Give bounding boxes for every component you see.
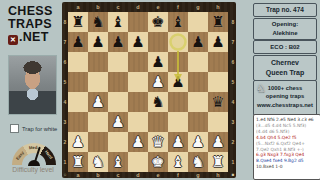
trap-name-line1: Chernev <box>254 58 316 68</box>
square-b6 <box>88 52 108 72</box>
square-b8: ♞ <box>88 12 108 32</box>
white-pawn-e5: ♟ <box>148 72 168 92</box>
square-h7: ♟ <box>208 32 228 52</box>
black-pawn-h7: ♟ <box>208 32 228 52</box>
white-pawn-d2: ♟ <box>128 132 148 152</box>
difficulty-caption: Difficulty level <box>4 166 62 173</box>
opening-box: Opening: Alekhine <box>253 18 317 40</box>
file-label-e: e <box>148 2 168 12</box>
square-e3 <box>148 112 168 132</box>
square-g5 <box>188 72 208 92</box>
square-e8: ♚ <box>148 12 168 32</box>
square-c3: ♟ <box>108 112 128 132</box>
promo-box: ♘ 1000+ chess opening traps www.chesstra… <box>253 80 317 116</box>
square-f6 <box>168 52 188 72</box>
promo-url: www.chesstraps.net <box>254 101 316 109</box>
trap-name-line2: Queen Trap <box>254 68 316 78</box>
rank-label-3: 3 <box>230 112 236 132</box>
moves-notation-panel: 1.e4 Nf6 2.e5 Ne4 3.c3 e6(3...d5 4.d4 Nc… <box>253 114 320 180</box>
knight-icon: ♘ <box>256 85 266 93</box>
black-pawn-d7: ♟ <box>128 32 148 52</box>
square-b7: ♟ <box>88 32 108 52</box>
trap-for-white-row: Trap for white <box>10 124 57 133</box>
square-f2: ♟ <box>168 132 188 152</box>
eco-box: ECO : B02 <box>253 40 317 54</box>
rank-label-6: 6 <box>230 52 236 72</box>
square-f4 <box>168 92 188 112</box>
black-knight-b8: ♞ <box>88 12 108 32</box>
square-d3 <box>128 112 148 132</box>
square-e7 <box>148 32 168 52</box>
logo-suffix: .NET <box>19 30 49 44</box>
square-b3 <box>88 112 108 132</box>
square-c5 <box>108 72 128 92</box>
white-pawn-a2: ♟ <box>68 132 88 152</box>
square-f8: ♝ <box>168 12 188 32</box>
square-a4 <box>68 92 88 112</box>
presenter-portrait <box>8 55 57 115</box>
square-g4 <box>188 92 208 112</box>
square-d5 <box>128 72 148 92</box>
square-d1 <box>128 152 148 172</box>
square-h1: ♜ <box>208 152 228 172</box>
white-king-e1: ♚ <box>148 152 168 172</box>
file-label-d: d <box>128 2 148 12</box>
square-c7: ♟ <box>108 32 128 52</box>
square-a3 <box>68 112 88 132</box>
square-g3 <box>188 112 208 132</box>
square-d7: ♟ <box>128 32 148 52</box>
black-rook-a8: ♜ <box>68 12 88 32</box>
square-h5 <box>208 72 228 92</box>
square-a2: ♟ <box>68 132 88 152</box>
rank-label-4: 4 <box>230 92 236 112</box>
file-label-c: c <box>108 2 128 12</box>
square-f7 <box>168 32 188 52</box>
white-pawn-c3: ♟ <box>108 112 128 132</box>
square-h4: ♛ <box>208 92 228 112</box>
square-h8: ♜ <box>208 12 228 32</box>
square-a1: ♜ <box>68 152 88 172</box>
trap-name-box: Chernev Queen Trap <box>253 55 317 81</box>
square-a5 <box>68 72 88 92</box>
square-c6 <box>108 52 128 72</box>
file-label-c: c <box>108 172 128 178</box>
black-rook-h8: ♜ <box>208 12 228 32</box>
trap-for-white-label: Trap for white <box>22 126 57 132</box>
black-pawn-f5: ♟ <box>168 72 188 92</box>
rank-labels-right: 87654321 <box>230 12 236 172</box>
square-e6: ♟ <box>148 52 168 72</box>
square-b1: ♞ <box>88 152 108 172</box>
rank-label-1: 1 <box>230 152 236 172</box>
chesstraps-logo: CHESS TRAPS ✕.NET <box>8 5 53 45</box>
file-labels-top: abcdefgh <box>68 2 228 12</box>
black-pawn-b7: ♟ <box>88 32 108 52</box>
rank-label-7: 7 <box>230 32 236 52</box>
trap-number-box: Trap no. 474 <box>253 3 317 17</box>
file-label-f: f <box>168 172 188 178</box>
square-f3 <box>168 112 188 132</box>
white-pawn-f2: ♟ <box>168 132 188 152</box>
white-knight-g1: ♞ <box>188 152 208 172</box>
black-king-e8: ♚ <box>148 12 168 32</box>
moves-line-9: 10.Bxe4 1-0 <box>256 164 318 170</box>
trap-number: Trap no. 474 <box>266 6 304 13</box>
chess-board: ♜♞♝♚♝♜♟♟♟♟♟♟♟♟♟♟♞♛♟♟♟♛♟♟♟♜♞♝♚♝♞♜ <box>68 12 228 172</box>
square-d2: ♟ <box>128 132 148 152</box>
square-h3 <box>208 112 228 132</box>
black-pawn-e6: ♟ <box>148 52 168 72</box>
file-label-b: b <box>88 2 108 12</box>
file-label-a: a <box>68 172 88 178</box>
square-h6 <box>208 52 228 72</box>
square-d6 <box>128 52 148 72</box>
square-g7: ♟ <box>188 32 208 52</box>
square-b2 <box>88 132 108 152</box>
white-pawn-g2: ♟ <box>188 132 208 152</box>
black-pawn-a7: ♟ <box>68 32 88 52</box>
square-d4 <box>128 92 148 112</box>
file-label-a: a <box>68 2 88 12</box>
square-c1: ♝ <box>108 152 128 172</box>
square-g6 <box>188 52 208 72</box>
file-label-g: g <box>188 172 208 178</box>
rank-label-8: 8 <box>230 12 236 32</box>
opening-label: Opening: <box>254 20 316 29</box>
rank-label-2: 2 <box>230 132 236 152</box>
square-e2: ♛ <box>148 132 168 152</box>
file-labels-bottom: abcdefgh <box>68 172 228 178</box>
square-e5: ♟ <box>148 72 168 92</box>
black-queen-h4: ♛ <box>208 92 228 112</box>
rank-label-5: 5 <box>230 72 236 92</box>
trap-for-white-checkbox[interactable] <box>10 124 19 133</box>
opening-name: Alekhine <box>254 29 316 38</box>
square-f5: ♟ <box>168 72 188 92</box>
white-knight-b1: ♞ <box>88 152 108 172</box>
video-frame: CHESS TRAPS ✕.NET Trap for white Easy Me… <box>0 0 320 180</box>
file-label-h: h <box>208 172 228 178</box>
white-bishop-f1: ♝ <box>168 152 188 172</box>
logo-line-2: TRAPS <box>8 17 52 31</box>
white-queen-e2: ♛ <box>148 132 168 152</box>
white-pawn-h2: ♟ <box>208 132 228 152</box>
square-c2 <box>108 132 128 152</box>
file-label-f: f <box>168 2 188 12</box>
white-rook-h1: ♜ <box>208 152 228 172</box>
square-e1: ♚ <box>148 152 168 172</box>
square-g8 <box>188 12 208 32</box>
white-pawn-b4: ♟ <box>88 92 108 112</box>
square-c4 <box>108 92 128 112</box>
square-b4: ♟ <box>88 92 108 112</box>
square-d8 <box>128 12 148 32</box>
square-a6 <box>68 52 88 72</box>
logo-line-1: CHESS <box>8 4 53 18</box>
square-g2: ♟ <box>188 132 208 152</box>
black-pawn-g7: ♟ <box>188 32 208 52</box>
square-e4: ♞ <box>148 92 168 112</box>
black-pawn-c7: ♟ <box>108 32 128 52</box>
black-bishop-f8: ♝ <box>168 12 188 32</box>
black-knight-e4: ♞ <box>148 92 168 112</box>
file-label-e: e <box>148 172 168 178</box>
frame-circle-mark: ○ <box>62 172 68 178</box>
file-label-h: h <box>208 2 228 12</box>
difficulty-gauge: Easy Med. Hard <box>12 143 56 165</box>
frame-square-mark: ■ <box>230 172 236 178</box>
square-a8: ♜ <box>68 12 88 32</box>
square-a7: ♟ <box>68 32 88 52</box>
square-c8: ♝ <box>108 12 128 32</box>
file-label-b: b <box>88 172 108 178</box>
square-b5 <box>88 72 108 92</box>
x-square-icon: ✕ <box>8 35 18 45</box>
square-f1: ♝ <box>168 152 188 172</box>
chess-board-frame: abcdefgh abcdefgh 87654321 87654321 ○ ■ … <box>62 2 236 178</box>
square-g1: ♞ <box>188 152 208 172</box>
eco-code: ECO : B02 <box>270 44 299 50</box>
file-label-g: g <box>188 2 208 12</box>
file-label-d: d <box>128 172 148 178</box>
black-bishop-c8: ♝ <box>108 12 128 32</box>
white-bishop-c1: ♝ <box>108 152 128 172</box>
square-h2: ♟ <box>208 132 228 152</box>
white-rook-a1: ♜ <box>68 152 88 172</box>
